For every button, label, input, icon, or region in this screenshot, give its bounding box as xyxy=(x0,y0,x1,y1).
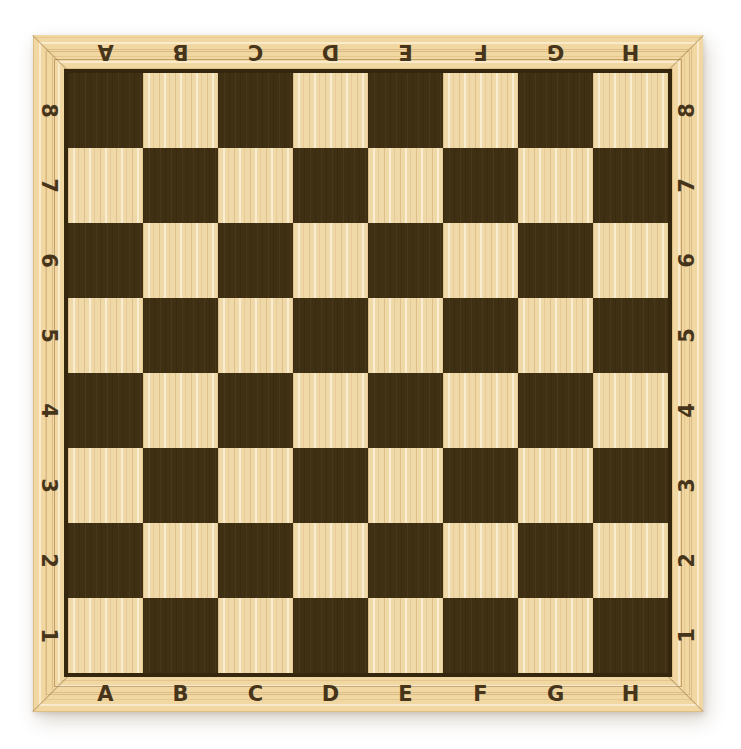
square-d8[interactable] xyxy=(293,73,368,148)
square-e4[interactable] xyxy=(368,373,443,448)
square-c7[interactable] xyxy=(218,148,293,223)
square-c5[interactable] xyxy=(218,298,293,373)
square-a3[interactable] xyxy=(68,448,143,523)
square-e2[interactable] xyxy=(368,523,443,598)
square-c4[interactable] xyxy=(218,373,293,448)
square-g4[interactable] xyxy=(518,373,593,448)
square-a4[interactable] xyxy=(68,373,143,448)
square-b4[interactable] xyxy=(143,373,218,448)
square-g6[interactable] xyxy=(518,223,593,298)
square-d7[interactable] xyxy=(293,148,368,223)
square-g7[interactable] xyxy=(518,148,593,223)
square-a8[interactable] xyxy=(68,73,143,148)
square-f5[interactable] xyxy=(443,298,518,373)
square-c8[interactable] xyxy=(218,73,293,148)
square-h6[interactable] xyxy=(593,223,668,298)
square-d3[interactable] xyxy=(293,448,368,523)
square-a1[interactable] xyxy=(68,598,143,673)
frame-left-strip xyxy=(33,35,64,712)
square-b5[interactable] xyxy=(143,298,218,373)
square-c3[interactable] xyxy=(218,448,293,523)
square-b3[interactable] xyxy=(143,448,218,523)
square-h7[interactable] xyxy=(593,148,668,223)
page: ABCDEFGH ABCDEFGH 87654321 87654321 xyxy=(0,0,741,749)
square-h1[interactable] xyxy=(593,598,668,673)
square-d4[interactable] xyxy=(293,373,368,448)
board-border xyxy=(64,69,672,677)
square-c6[interactable] xyxy=(218,223,293,298)
square-f4[interactable] xyxy=(443,373,518,448)
square-f8[interactable] xyxy=(443,73,518,148)
square-e7[interactable] xyxy=(368,148,443,223)
square-d5[interactable] xyxy=(293,298,368,373)
square-g8[interactable] xyxy=(518,73,593,148)
square-a6[interactable] xyxy=(68,223,143,298)
square-g5[interactable] xyxy=(518,298,593,373)
square-d1[interactable] xyxy=(293,598,368,673)
frame-bottom-strip xyxy=(33,677,703,712)
square-h4[interactable] xyxy=(593,373,668,448)
frame-top-strip xyxy=(33,35,703,69)
square-h3[interactable] xyxy=(593,448,668,523)
square-h2[interactable] xyxy=(593,523,668,598)
board-grid xyxy=(68,73,668,673)
square-c1[interactable] xyxy=(218,598,293,673)
square-f3[interactable] xyxy=(443,448,518,523)
square-e3[interactable] xyxy=(368,448,443,523)
square-c2[interactable] xyxy=(218,523,293,598)
square-b1[interactable] xyxy=(143,598,218,673)
square-g1[interactable] xyxy=(518,598,593,673)
square-h5[interactable] xyxy=(593,298,668,373)
square-b7[interactable] xyxy=(143,148,218,223)
square-b6[interactable] xyxy=(143,223,218,298)
square-f2[interactable] xyxy=(443,523,518,598)
square-f7[interactable] xyxy=(443,148,518,223)
square-f6[interactable] xyxy=(443,223,518,298)
square-e5[interactable] xyxy=(368,298,443,373)
square-a7[interactable] xyxy=(68,148,143,223)
square-e8[interactable] xyxy=(368,73,443,148)
square-g3[interactable] xyxy=(518,448,593,523)
square-h8[interactable] xyxy=(593,73,668,148)
square-e1[interactable] xyxy=(368,598,443,673)
square-b2[interactable] xyxy=(143,523,218,598)
square-g2[interactable] xyxy=(518,523,593,598)
square-e6[interactable] xyxy=(368,223,443,298)
square-a2[interactable] xyxy=(68,523,143,598)
frame-right-strip xyxy=(672,35,703,712)
square-b8[interactable] xyxy=(143,73,218,148)
chessboard: ABCDEFGH ABCDEFGH 87654321 87654321 xyxy=(33,35,703,712)
square-d2[interactable] xyxy=(293,523,368,598)
square-a5[interactable] xyxy=(68,298,143,373)
square-f1[interactable] xyxy=(443,598,518,673)
square-d6[interactable] xyxy=(293,223,368,298)
